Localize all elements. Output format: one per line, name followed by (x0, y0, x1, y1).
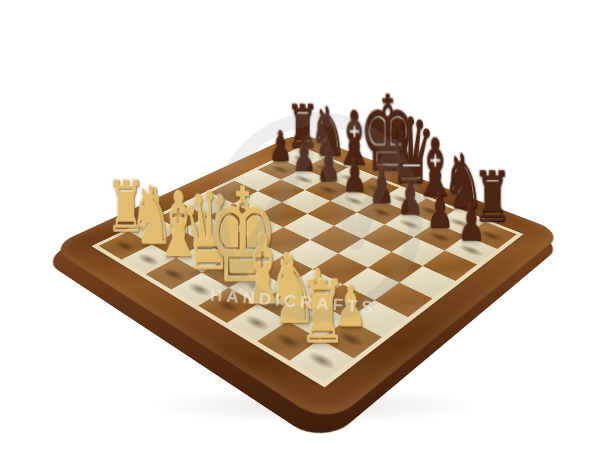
board-3d: ♜♞♝♚♛♝♞♜♟♟♟♟♟♟♟♟♟♟♟♟♟♟♟♟♜♞♝♛♚♝♞♜ (49, 132, 563, 425)
pawn-glyph: ♟ (452, 198, 490, 247)
piece-black-pawn-h7[interactable]: ♟ (441, 198, 502, 250)
piece-white-rook-h1[interactable]: ♜ (285, 269, 359, 359)
product-photo-scene: ♜♞♝♚♛♝♞♜♟♟♟♟♟♟♟♟♟♟♟♟♟♟♟♟♜♞♝♛♚♝♞♜ HANDICR… (0, 0, 600, 450)
rook-glyph: ♜ (299, 269, 345, 355)
chess-board: ♜♞♝♚♛♝♞♜♟♟♟♟♟♟♟♟♟♟♟♟♟♟♟♟♜♞♝♛♚♝♞♜ (49, 132, 563, 425)
